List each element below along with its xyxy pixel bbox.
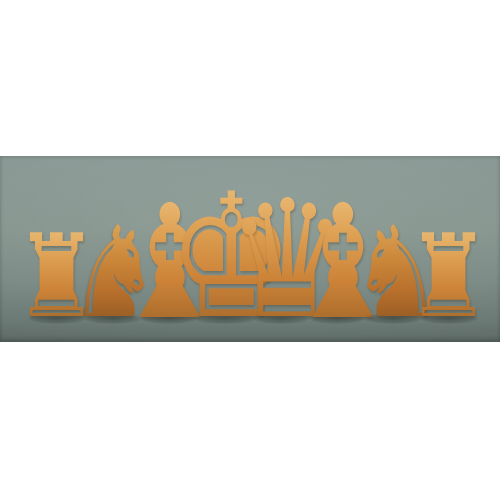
- page-background: ♜ ♞ ♝ ♚ ♛ ♝: [0, 0, 500, 500]
- piece-slot-8: ♜: [421, 131, 477, 342]
- pieces-row: ♜ ♞ ♝ ♚ ♛ ♝: [29, 156, 477, 342]
- chess-piece-rook-right: ♜: [407, 219, 492, 334]
- chess-set-photo: ♜ ♞ ♝ ♚ ♛ ♝: [0, 156, 500, 342]
